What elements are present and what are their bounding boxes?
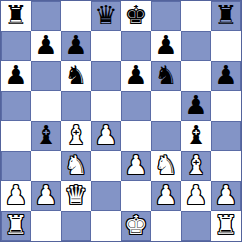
square-e3[interactable]: ♟ [121, 151, 151, 181]
square-c7[interactable]: ♟ [61, 31, 91, 61]
white-pawn[interactable]: ♟ [154, 181, 177, 210]
white-knight[interactable]: ♞ [64, 151, 87, 180]
square-a5[interactable] [1, 91, 31, 121]
square-g7[interactable] [181, 31, 211, 61]
square-a8[interactable]: ♜ [1, 1, 31, 31]
square-d1[interactable] [91, 211, 121, 241]
black-rook[interactable]: ♜ [4, 1, 27, 30]
square-c3[interactable]: ♞ [61, 151, 91, 181]
white-pawn[interactable]: ♟ [94, 121, 117, 150]
white-pawn[interactable]: ♟ [184, 181, 207, 210]
white-pawn[interactable]: ♟ [124, 151, 147, 180]
square-d4[interactable]: ♟ [91, 121, 121, 151]
square-b7[interactable]: ♟ [31, 31, 61, 61]
black-pawn[interactable]: ♟ [184, 91, 207, 120]
square-c8[interactable] [61, 1, 91, 31]
white-bishop[interactable]: ♝ [184, 151, 207, 180]
square-e8[interactable]: ♚ [121, 1, 151, 31]
square-g4[interactable]: ♝ [181, 121, 211, 151]
square-c6[interactable]: ♞ [61, 61, 91, 91]
black-queen[interactable]: ♛ [94, 1, 117, 30]
square-b8[interactable] [31, 1, 61, 31]
black-bishop[interactable]: ♝ [184, 121, 207, 150]
square-a2[interactable]: ♟ [1, 181, 31, 211]
square-h4[interactable] [211, 121, 241, 151]
square-f6[interactable]: ♞ [151, 61, 181, 91]
square-h7[interactable] [211, 31, 241, 61]
square-b5[interactable] [31, 91, 61, 121]
white-queen[interactable]: ♛ [64, 181, 87, 210]
square-e1[interactable]: ♚ [121, 211, 151, 241]
white-knight[interactable]: ♞ [154, 151, 177, 180]
square-f2[interactable]: ♟ [151, 181, 181, 211]
square-d3[interactable] [91, 151, 121, 181]
square-d8[interactable]: ♛ [91, 1, 121, 31]
square-e6[interactable]: ♟ [121, 61, 151, 91]
white-bishop[interactable]: ♝ [64, 121, 87, 150]
square-h8[interactable]: ♜ [211, 1, 241, 31]
square-g1[interactable] [181, 211, 211, 241]
square-a4[interactable] [1, 121, 31, 151]
white-pawn[interactable]: ♟ [214, 181, 237, 210]
square-h6[interactable]: ♟ [211, 61, 241, 91]
black-knight[interactable]: ♞ [64, 61, 87, 90]
black-knight[interactable]: ♞ [154, 61, 177, 90]
square-g2[interactable]: ♟ [181, 181, 211, 211]
square-f1[interactable] [151, 211, 181, 241]
square-c5[interactable] [61, 91, 91, 121]
square-g6[interactable] [181, 61, 211, 91]
black-king[interactable]: ♚ [124, 1, 147, 30]
square-e7[interactable] [121, 31, 151, 61]
square-e5[interactable] [121, 91, 151, 121]
square-d2[interactable] [91, 181, 121, 211]
square-b6[interactable] [31, 61, 61, 91]
black-pawn[interactable]: ♟ [214, 61, 237, 90]
square-b2[interactable]: ♟ [31, 181, 61, 211]
black-pawn[interactable]: ♟ [124, 61, 147, 90]
square-d5[interactable] [91, 91, 121, 121]
white-rook[interactable]: ♜ [214, 211, 237, 240]
square-a6[interactable]: ♟ [1, 61, 31, 91]
square-c2[interactable]: ♛ [61, 181, 91, 211]
white-pawn[interactable]: ♟ [34, 181, 57, 210]
square-a3[interactable] [1, 151, 31, 181]
square-b1[interactable] [31, 211, 61, 241]
white-king[interactable]: ♚ [124, 211, 147, 240]
square-h1[interactable]: ♜ [211, 211, 241, 241]
black-pawn[interactable]: ♟ [64, 31, 87, 60]
square-b4[interactable]: ♝ [31, 121, 61, 151]
black-pawn[interactable]: ♟ [34, 31, 57, 60]
square-e4[interactable] [121, 121, 151, 151]
square-f5[interactable] [151, 91, 181, 121]
square-b3[interactable] [31, 151, 61, 181]
chess-board: ♜♛♚♜♟♟♟♟♞♟♞♟♟♝♝♟♝♞♟♞♝♟♟♛♟♟♟♜♚♜ [0, 0, 242, 242]
square-g5[interactable]: ♟ [181, 91, 211, 121]
black-pawn[interactable]: ♟ [4, 61, 27, 90]
square-f7[interactable]: ♟ [151, 31, 181, 61]
square-d7[interactable] [91, 31, 121, 61]
black-bishop[interactable]: ♝ [34, 121, 57, 150]
square-h5[interactable] [211, 91, 241, 121]
square-g8[interactable] [181, 1, 211, 31]
square-g3[interactable]: ♝ [181, 151, 211, 181]
square-h3[interactable] [211, 151, 241, 181]
black-pawn[interactable]: ♟ [154, 31, 177, 60]
square-a1[interactable]: ♜ [1, 211, 31, 241]
square-c1[interactable] [61, 211, 91, 241]
square-h2[interactable]: ♟ [211, 181, 241, 211]
square-f3[interactable]: ♞ [151, 151, 181, 181]
white-pawn[interactable]: ♟ [4, 181, 27, 210]
square-a7[interactable] [1, 31, 31, 61]
square-e2[interactable] [121, 181, 151, 211]
square-f8[interactable] [151, 1, 181, 31]
square-c4[interactable]: ♝ [61, 121, 91, 151]
white-rook[interactable]: ♜ [4, 211, 27, 240]
square-f4[interactable] [151, 121, 181, 151]
black-rook[interactable]: ♜ [214, 1, 237, 30]
square-d6[interactable] [91, 61, 121, 91]
